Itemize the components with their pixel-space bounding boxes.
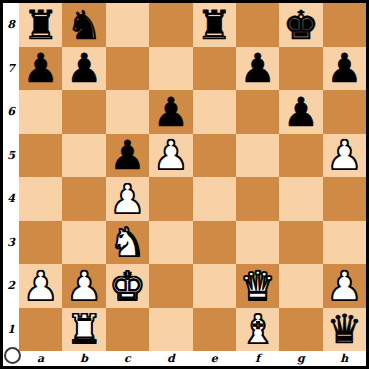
square-c4[interactable]: ♟ — [106, 177, 149, 221]
square-g8[interactable]: ♚ — [279, 3, 322, 47]
piece-white-pawn[interactable]: ♟ — [66, 266, 102, 306]
square-f5[interactable] — [236, 134, 279, 178]
rank-label-7: 7 — [3, 47, 19, 91]
piece-white-pawn[interactable]: ♟ — [326, 135, 362, 175]
rank-label-6: 6 — [3, 90, 19, 134]
square-g7[interactable] — [279, 47, 322, 91]
square-d3[interactable] — [149, 221, 192, 265]
piece-black-pawn[interactable]: ♟ — [23, 48, 59, 88]
rank-label-5: 5 — [3, 134, 19, 178]
square-c3[interactable]: ♞ — [106, 221, 149, 265]
file-label-d: d — [149, 351, 192, 366]
chess-board-frame: 87654321 ♜♞♜♚♟♟♟♟♟♟♟♟♟♟♞♟♟♚♛♟♜♝♛ abcdefg… — [0, 0, 369, 369]
square-d6[interactable]: ♟ — [149, 90, 192, 134]
piece-black-pawn[interactable]: ♟ — [283, 92, 319, 132]
square-f6[interactable] — [236, 90, 279, 134]
square-g1[interactable] — [279, 308, 322, 352]
piece-white-pawn[interactable]: ♟ — [153, 135, 189, 175]
square-a1[interactable] — [19, 308, 62, 352]
piece-black-rook[interactable]: ♜ — [23, 5, 59, 45]
rank-label-3: 3 — [3, 221, 19, 265]
square-d5[interactable]: ♟ — [149, 134, 192, 178]
square-f2[interactable]: ♛ — [236, 264, 279, 308]
file-label-h: h — [323, 351, 366, 366]
chess-board[interactable]: ♜♞♜♚♟♟♟♟♟♟♟♟♟♟♞♟♟♚♛♟♜♝♛ — [19, 3, 366, 351]
piece-white-pawn[interactable]: ♟ — [110, 179, 146, 219]
square-b6[interactable] — [62, 90, 105, 134]
square-f1[interactable]: ♝ — [236, 308, 279, 352]
square-c8[interactable] — [106, 3, 149, 47]
square-f7[interactable]: ♟ — [236, 47, 279, 91]
piece-white-rook[interactable]: ♜ — [66, 309, 102, 349]
square-a5[interactable] — [19, 134, 62, 178]
square-a8[interactable]: ♜ — [19, 3, 62, 47]
square-c6[interactable] — [106, 90, 149, 134]
square-a2[interactable]: ♟ — [19, 264, 62, 308]
square-d1[interactable] — [149, 308, 192, 352]
square-h1[interactable]: ♛ — [323, 308, 366, 352]
piece-white-pawn[interactable]: ♟ — [326, 266, 362, 306]
file-label-f: f — [236, 351, 279, 366]
white-to-move-indicator — [4, 347, 21, 364]
file-labels: abcdefgh — [19, 351, 366, 366]
square-f8[interactable] — [236, 3, 279, 47]
square-h4[interactable] — [323, 177, 366, 221]
square-b8[interactable]: ♞ — [62, 3, 105, 47]
square-a4[interactable] — [19, 177, 62, 221]
square-d7[interactable] — [149, 47, 192, 91]
square-h6[interactable] — [323, 90, 366, 134]
piece-white-pawn[interactable]: ♟ — [23, 266, 59, 306]
file-label-b: b — [62, 351, 105, 366]
piece-white-bishop[interactable]: ♝ — [240, 309, 276, 349]
piece-black-pawn[interactable]: ♟ — [110, 135, 146, 175]
square-d4[interactable] — [149, 177, 192, 221]
square-b2[interactable]: ♟ — [62, 264, 105, 308]
square-h3[interactable] — [323, 221, 366, 265]
rank-label-4: 4 — [3, 177, 19, 221]
piece-black-king[interactable]: ♚ — [283, 5, 319, 45]
square-h8[interactable] — [323, 3, 366, 47]
file-label-g: g — [279, 351, 322, 366]
square-e3[interactable] — [193, 221, 236, 265]
square-h5[interactable]: ♟ — [323, 134, 366, 178]
square-e7[interactable] — [193, 47, 236, 91]
square-e5[interactable] — [193, 134, 236, 178]
square-b4[interactable] — [62, 177, 105, 221]
rank-label-1: 1 — [3, 308, 19, 352]
piece-black-pawn[interactable]: ♟ — [66, 48, 102, 88]
square-e6[interactable] — [193, 90, 236, 134]
corner-cell — [3, 351, 19, 366]
square-b5[interactable] — [62, 134, 105, 178]
square-g2[interactable] — [279, 264, 322, 308]
rank-label-8: 8 — [3, 3, 19, 47]
square-c2[interactable]: ♚ — [106, 264, 149, 308]
file-label-c: c — [106, 351, 149, 366]
square-e4[interactable] — [193, 177, 236, 221]
piece-white-knight[interactable]: ♞ — [110, 222, 146, 262]
piece-black-knight[interactable]: ♞ — [66, 5, 102, 45]
square-g3[interactable] — [279, 221, 322, 265]
square-b3[interactable] — [62, 221, 105, 265]
piece-black-queen[interactable]: ♛ — [326, 309, 362, 349]
file-label-a: a — [19, 351, 62, 366]
piece-black-pawn[interactable]: ♟ — [326, 48, 362, 88]
rank-labels: 87654321 — [3, 3, 19, 351]
square-a6[interactable] — [19, 90, 62, 134]
square-g6[interactable]: ♟ — [279, 90, 322, 134]
square-h2[interactable]: ♟ — [323, 264, 366, 308]
square-b1[interactable]: ♜ — [62, 308, 105, 352]
square-h7[interactable]: ♟ — [323, 47, 366, 91]
piece-white-king[interactable]: ♚ — [110, 266, 146, 306]
square-a3[interactable] — [19, 221, 62, 265]
square-d8[interactable] — [149, 3, 192, 47]
square-e1[interactable] — [193, 308, 236, 352]
file-label-e: e — [193, 351, 236, 366]
rank-label-2: 2 — [3, 264, 19, 308]
square-c1[interactable] — [106, 308, 149, 352]
square-c7[interactable] — [106, 47, 149, 91]
piece-white-queen[interactable]: ♛ — [240, 266, 276, 306]
square-b7[interactable]: ♟ — [62, 47, 105, 91]
square-e8[interactable]: ♜ — [193, 3, 236, 47]
square-g5[interactable] — [279, 134, 322, 178]
square-a7[interactable]: ♟ — [19, 47, 62, 91]
square-f4[interactable] — [236, 177, 279, 221]
square-f3[interactable] — [236, 221, 279, 265]
square-d2[interactable] — [149, 264, 192, 308]
square-g4[interactable] — [279, 177, 322, 221]
piece-black-rook[interactable]: ♜ — [196, 5, 232, 45]
piece-black-pawn[interactable]: ♟ — [153, 92, 189, 132]
square-c5[interactable]: ♟ — [106, 134, 149, 178]
square-e2[interactable] — [193, 264, 236, 308]
piece-black-pawn[interactable]: ♟ — [240, 48, 276, 88]
